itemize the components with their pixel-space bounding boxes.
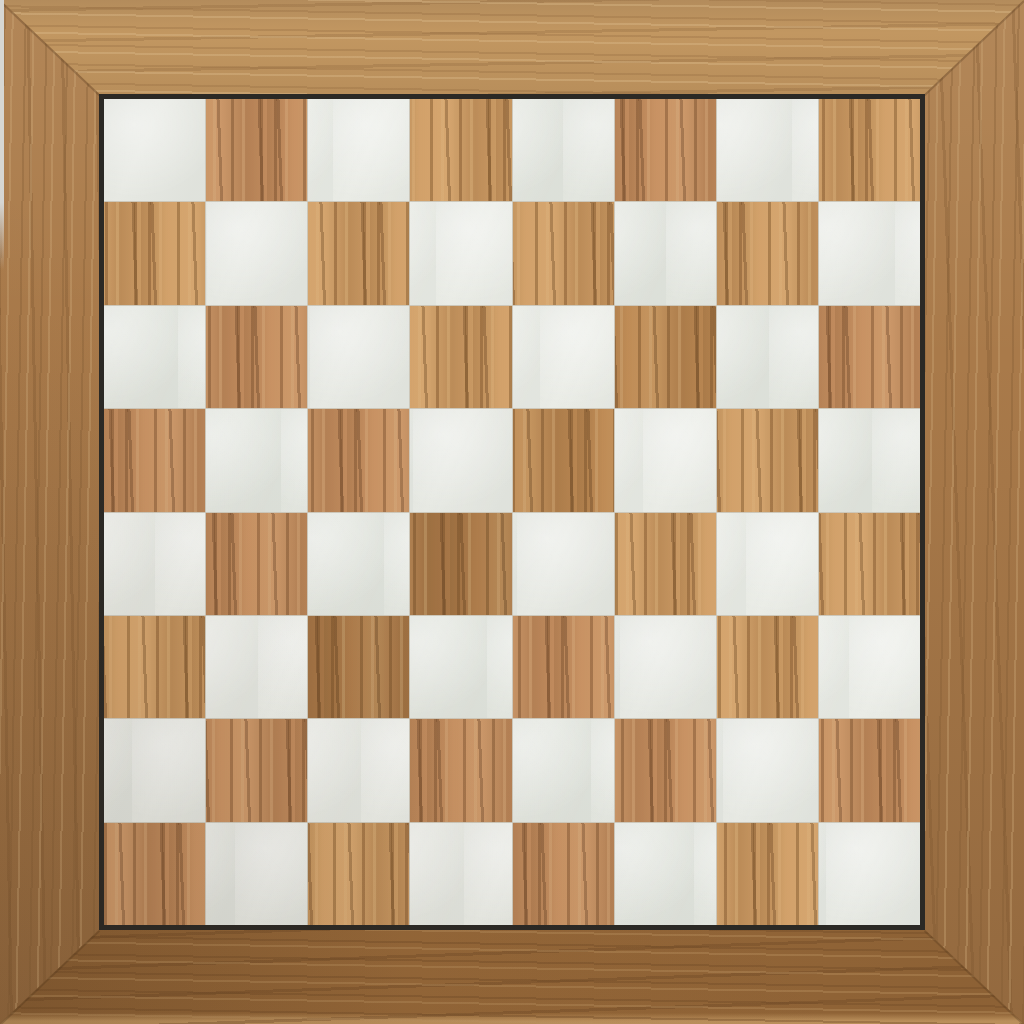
square-b3[interactable]	[206, 616, 307, 718]
square-d7[interactable]	[410, 202, 511, 304]
board-frame-top	[0, 0, 1024, 94]
square-h2[interactable]	[819, 719, 920, 821]
board-inlay-border	[99, 94, 925, 930]
chessboard-photo	[0, 0, 1024, 1024]
board-frame-right	[925, 0, 1024, 1024]
square-c3[interactable]	[308, 616, 409, 718]
frame-miter-seam-top-left	[0, 0, 100, 96]
square-c2[interactable]	[308, 719, 409, 821]
square-b2[interactable]	[206, 719, 307, 821]
square-c6[interactable]	[308, 306, 409, 408]
square-g5[interactable]	[717, 409, 818, 511]
square-b8[interactable]	[206, 99, 307, 201]
square-a4[interactable]	[104, 513, 205, 615]
square-e5[interactable]	[513, 409, 614, 511]
chess-board	[104, 99, 920, 925]
square-f7[interactable]	[615, 202, 716, 304]
square-d3[interactable]	[410, 616, 511, 718]
square-g4[interactable]	[717, 513, 818, 615]
photo-edge-sliver	[0, 0, 4, 270]
square-c5[interactable]	[308, 409, 409, 511]
square-b4[interactable]	[206, 513, 307, 615]
square-b7[interactable]	[206, 202, 307, 304]
square-e6[interactable]	[513, 306, 614, 408]
square-d8[interactable]	[410, 99, 511, 201]
square-d4[interactable]	[410, 513, 511, 615]
square-f1[interactable]	[615, 823, 716, 925]
square-h4[interactable]	[819, 513, 920, 615]
square-f2[interactable]	[615, 719, 716, 821]
square-h8[interactable]	[819, 99, 920, 201]
square-e3[interactable]	[513, 616, 614, 718]
square-g1[interactable]	[717, 823, 818, 925]
square-e7[interactable]	[513, 202, 614, 304]
square-e8[interactable]	[513, 99, 614, 201]
square-f6[interactable]	[615, 306, 716, 408]
square-h1[interactable]	[819, 823, 920, 925]
square-b5[interactable]	[206, 409, 307, 511]
square-e1[interactable]	[513, 823, 614, 925]
square-a6[interactable]	[104, 306, 205, 408]
square-d5[interactable]	[410, 409, 511, 511]
square-f8[interactable]	[615, 99, 716, 201]
frame-miter-seam-bottom-right	[924, 930, 1024, 1024]
square-b1[interactable]	[206, 823, 307, 925]
square-a1[interactable]	[104, 823, 205, 925]
square-a2[interactable]	[104, 719, 205, 821]
square-a5[interactable]	[104, 409, 205, 511]
frame-miter-seam-bottom-left	[0, 930, 100, 1024]
square-c1[interactable]	[308, 823, 409, 925]
square-d6[interactable]	[410, 306, 511, 408]
square-a3[interactable]	[104, 616, 205, 718]
square-d1[interactable]	[410, 823, 511, 925]
frame-miter-seam-top-right	[924, 0, 1024, 96]
square-g3[interactable]	[717, 616, 818, 718]
square-b6[interactable]	[206, 306, 307, 408]
square-f3[interactable]	[615, 616, 716, 718]
square-h5[interactable]	[819, 409, 920, 511]
square-d2[interactable]	[410, 719, 511, 821]
square-e2[interactable]	[513, 719, 614, 821]
square-h7[interactable]	[819, 202, 920, 304]
square-a8[interactable]	[104, 99, 205, 201]
square-e4[interactable]	[513, 513, 614, 615]
square-c4[interactable]	[308, 513, 409, 615]
square-a7[interactable]	[104, 202, 205, 304]
square-f4[interactable]	[615, 513, 716, 615]
square-f5[interactable]	[615, 409, 716, 511]
board-frame-bottom	[0, 930, 1024, 1024]
board-frame-left	[0, 0, 99, 1024]
square-g7[interactable]	[717, 202, 818, 304]
square-h3[interactable]	[819, 616, 920, 718]
square-g8[interactable]	[717, 99, 818, 201]
square-g2[interactable]	[717, 719, 818, 821]
square-c8[interactable]	[308, 99, 409, 201]
square-c7[interactable]	[308, 202, 409, 304]
square-h6[interactable]	[819, 306, 920, 408]
square-g6[interactable]	[717, 306, 818, 408]
